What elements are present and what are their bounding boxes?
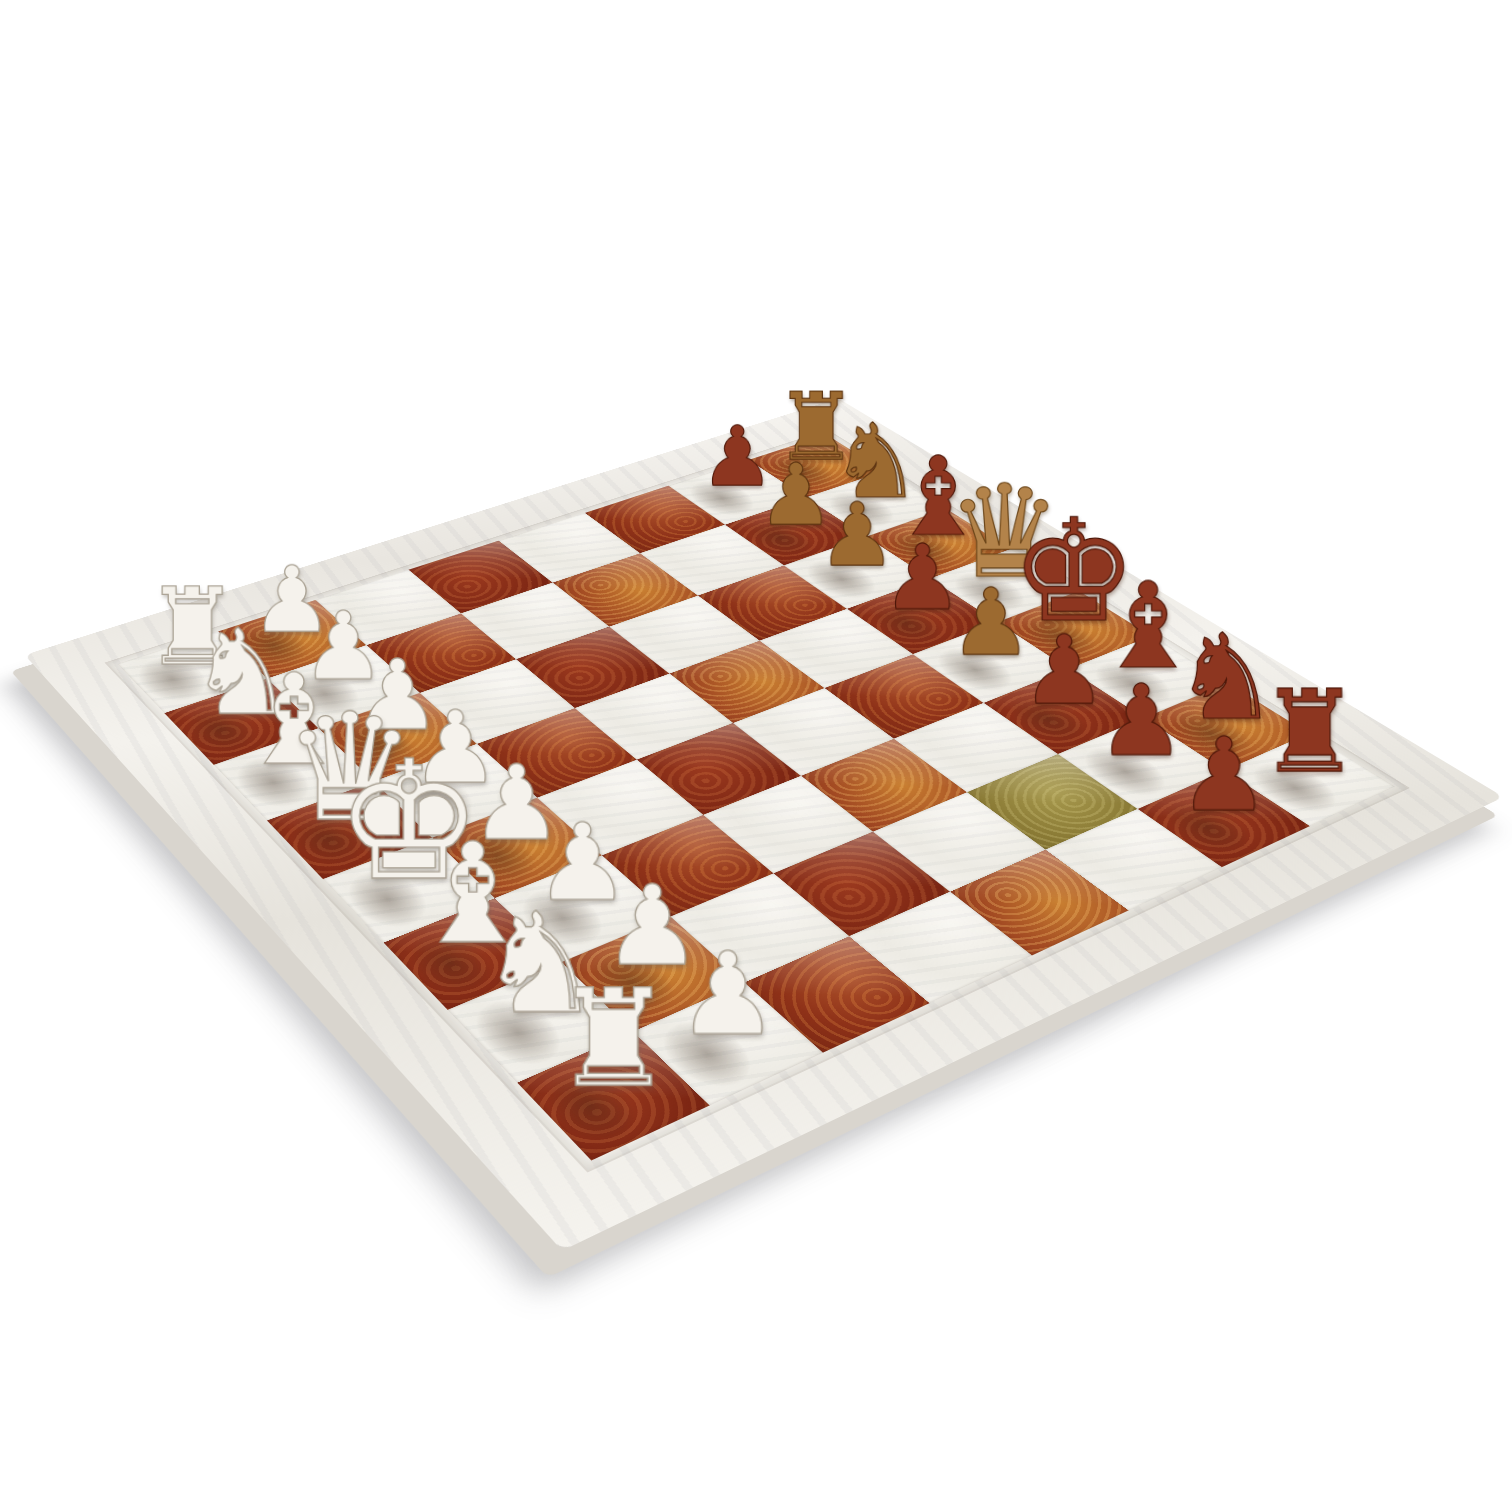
pawn-glyph: ♟: [676, 941, 778, 1049]
piece-red-pawn-h7[interactable]: ♟: [1163, 648, 1284, 817]
piece-white-rook-h1[interactable]: ♜: [543, 898, 683, 1093]
chess-board-wrap: ♜♞♝♛♚♝♞♜♟♟♟♟♟♟♟♟♟♟♟♟♟♟♟♟♜♞♝♛♚♝♞♜: [203, 193, 1263, 1253]
rook-glyph: ♜: [553, 975, 673, 1102]
chess-set-product-photo: ♜♞♝♛♚♝♞♜♟♟♟♟♟♟♟♟♟♟♟♟♟♟♟♟♜♞♝♛♚♝♞♜: [0, 0, 1512, 1512]
board-grid: ♜♞♝♛♚♝♞♜♟♟♟♟♟♟♟♟♟♟♟♟♟♟♟♟♜♞♝♛♚♝♞♜: [117, 435, 1394, 1161]
pawn-glyph: ♟: [1178, 728, 1269, 824]
